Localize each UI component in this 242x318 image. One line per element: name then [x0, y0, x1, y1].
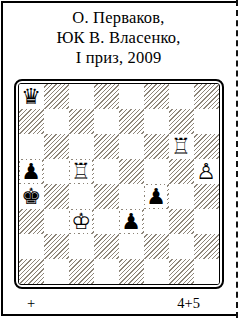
square-g6: ♖: [169, 134, 194, 159]
square-d1: [94, 259, 119, 284]
square-h6: [194, 134, 219, 159]
square-a7: [19, 109, 44, 134]
chess-board: ♛♖♟♖♙♚♟♔♟: [19, 84, 219, 284]
square-d8: [94, 84, 119, 109]
square-g1: [169, 259, 194, 284]
square-b6: [44, 134, 69, 159]
square-g8: [169, 84, 194, 109]
square-g7: [169, 109, 194, 134]
square-d3: [94, 209, 119, 234]
square-e1: [119, 259, 144, 284]
square-h7: [194, 109, 219, 134]
square-f6: [144, 134, 169, 159]
square-c3: ♔: [69, 209, 94, 234]
prize-line: I приз, 2009: [3, 48, 234, 68]
chess-board-frame: ♛♖♟♖♙♚♟♔♟: [14, 79, 224, 289]
piece-white-rook: ♖: [70, 160, 92, 183]
square-e2: [119, 234, 144, 259]
square-a2: [19, 234, 44, 259]
square-e6: [119, 134, 144, 159]
square-e4: [119, 184, 144, 209]
square-c1: [69, 259, 94, 284]
square-b1: [44, 259, 69, 284]
piece-black-pawn: ♟: [20, 160, 42, 183]
chess-board-inner-frame: ♛♖♟♖♙♚♟♔♟: [18, 83, 220, 285]
square-c5: ♖: [69, 159, 94, 184]
square-c7: [69, 109, 94, 134]
material-count-label: 4+5: [177, 295, 200, 312]
square-b7: [44, 109, 69, 134]
square-g3: [169, 209, 194, 234]
square-f4: ♟: [144, 184, 169, 209]
square-c4: [69, 184, 94, 209]
square-c2: [69, 234, 94, 259]
author-line: О. Перваков,: [3, 8, 234, 28]
square-d2: [94, 234, 119, 259]
square-e3: ♟: [119, 209, 144, 234]
piece-black-pawn: ♟: [145, 185, 167, 208]
tourney-line: ЮК В. Власенко,: [3, 28, 234, 48]
piece-white-king: ♔: [70, 210, 92, 233]
square-f3: [144, 209, 169, 234]
square-a1: [19, 259, 44, 284]
square-f8: [144, 84, 169, 109]
square-b3: [44, 209, 69, 234]
square-f2: [144, 234, 169, 259]
piece-black-queen: ♛: [20, 85, 42, 108]
square-d4: [94, 184, 119, 209]
square-a6: [19, 134, 44, 159]
square-h4: [194, 184, 219, 209]
study-header: О. Перваков, ЮК В. Власенко, I приз, 200…: [3, 8, 234, 68]
square-f1: [144, 259, 169, 284]
square-e5: [119, 159, 144, 184]
square-e7: [119, 109, 144, 134]
study-card: О. Перваков, ЮК В. Власенко, I приз, 200…: [3, 3, 234, 314]
square-a8: ♛: [19, 84, 44, 109]
square-c8: [69, 84, 94, 109]
square-d7: [94, 109, 119, 134]
square-g4: [169, 184, 194, 209]
square-d6: [94, 134, 119, 159]
square-f7: [144, 109, 169, 134]
caption-row: + 4+5: [27, 295, 200, 312]
square-b4: [44, 184, 69, 209]
square-g2: [169, 234, 194, 259]
page-cut-line: [236, 0, 238, 318]
square-b8: [44, 84, 69, 109]
square-a5: ♟: [19, 159, 44, 184]
piece-white-rook: ♖: [170, 135, 192, 158]
square-d5: [94, 159, 119, 184]
piece-black-king: ♚: [20, 185, 42, 208]
square-h5: ♙: [194, 159, 219, 184]
square-b2: [44, 234, 69, 259]
piece-white-pawn: ♙: [195, 160, 217, 183]
square-c6: [69, 134, 94, 159]
stipulation-label: +: [27, 295, 35, 312]
square-a4: ♚: [19, 184, 44, 209]
square-h8: [194, 84, 219, 109]
square-f5: [144, 159, 169, 184]
square-a3: [19, 209, 44, 234]
square-h1: [194, 259, 219, 284]
square-h2: [194, 234, 219, 259]
square-h3: [194, 209, 219, 234]
piece-black-pawn: ♟: [120, 210, 142, 233]
square-e8: [119, 84, 144, 109]
square-g5: [169, 159, 194, 184]
square-b5: [44, 159, 69, 184]
